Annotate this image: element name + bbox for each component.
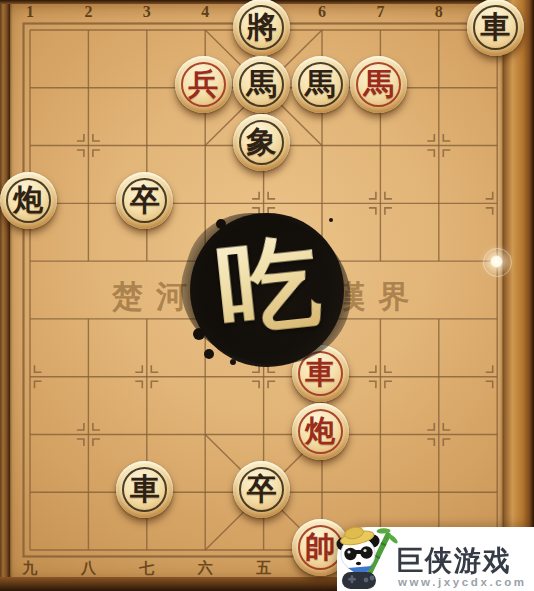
piece-glyph: 帥 bbox=[292, 519, 349, 576]
piece-glyph: 象 bbox=[233, 114, 290, 171]
piece-black-pao-cannon[interactable]: 炮 bbox=[0, 172, 57, 229]
file-label-bottom-1: 九 bbox=[18, 559, 42, 578]
piece-glyph: 車 bbox=[116, 461, 173, 518]
piece-black-ju-chariot[interactable]: 車 bbox=[467, 0, 524, 56]
file-label-bottom-4: 六 bbox=[193, 559, 217, 578]
file-label-top-6: 6 bbox=[310, 3, 334, 21]
piece-glyph: 將 bbox=[233, 0, 290, 56]
file-label-bottom-9: 一 bbox=[485, 559, 509, 578]
piece-glyph: 兵 bbox=[175, 56, 232, 113]
piece-black-ju-chariot[interactable]: 車 bbox=[116, 461, 173, 518]
file-label-top-7: 7 bbox=[368, 3, 392, 21]
capture-ink-splash: 吃 bbox=[190, 213, 344, 367]
piece-black-zu-soldier[interactable]: 卒 bbox=[116, 172, 173, 229]
piece-black-jiang-general[interactable]: 將 bbox=[233, 0, 290, 56]
piece-black-xiang-elephant[interactable]: 象 bbox=[233, 114, 290, 171]
piece-black-ma-horse[interactable]: 馬 bbox=[292, 56, 349, 113]
piece-glyph: 馬 bbox=[292, 56, 349, 113]
piece-glyph: 炮 bbox=[292, 403, 349, 460]
piece-red-pao-cannon[interactable]: 炮 bbox=[292, 403, 349, 460]
piece-black-zu-soldier[interactable]: 卒 bbox=[233, 461, 290, 518]
file-label-bottom-3: 七 bbox=[135, 559, 159, 578]
file-label-bottom-2: 八 bbox=[76, 559, 100, 578]
file-label-top-8: 8 bbox=[427, 3, 451, 21]
piece-glyph: 卒 bbox=[233, 461, 290, 518]
file-label-top-1: 1 bbox=[18, 3, 42, 21]
piece-glyph: 馬 bbox=[350, 56, 407, 113]
piece-red-bing-soldier[interactable]: 兵 bbox=[175, 56, 232, 113]
capture-text: 吃 bbox=[184, 202, 353, 371]
file-label-bottom-5: 五 bbox=[252, 559, 276, 578]
piece-glyph: 炮 bbox=[0, 172, 57, 229]
piece-glyph: 車 bbox=[467, 0, 524, 56]
file-label-top-4: 4 bbox=[193, 3, 217, 21]
piece-red-shuai-general[interactable]: 帥 bbox=[292, 519, 349, 576]
piece-black-ma-horse[interactable]: 馬 bbox=[233, 56, 290, 113]
sparkle-icon bbox=[490, 255, 503, 268]
piece-glyph: 卒 bbox=[116, 172, 173, 229]
piece-red-ma-horse[interactable]: 馬 bbox=[350, 56, 407, 113]
file-label-top-3: 3 bbox=[135, 3, 159, 21]
piece-glyph: 馬 bbox=[233, 56, 290, 113]
xiangqi-game-screen: 楚河 漢界 123456789 九八七六五四三二一 將車兵馬馬馬象炮卒車炮車卒帥… bbox=[0, 0, 534, 591]
file-label-bottom-7: 三 bbox=[368, 559, 392, 578]
file-label-bottom-8: 二 bbox=[427, 559, 451, 578]
file-label-top-2: 2 bbox=[76, 3, 100, 21]
